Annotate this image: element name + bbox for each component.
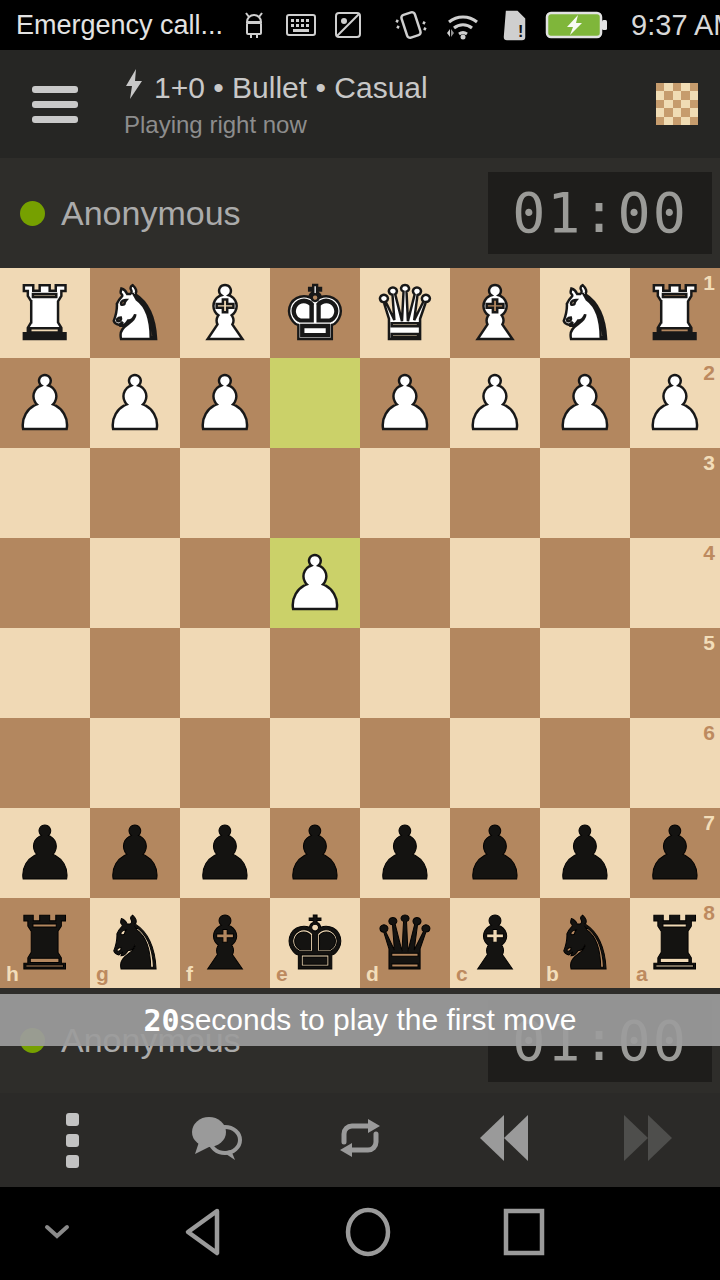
battery-charging-icon: [545, 9, 609, 41]
player-bar-top: Anonymous 01:00: [0, 158, 720, 268]
square-g6[interactable]: [90, 718, 180, 808]
white-knight: ♞: [102, 268, 168, 358]
square-f1[interactable]: ♝: [180, 268, 270, 358]
black-pawn: ♟: [192, 808, 258, 898]
square-g5[interactable]: [90, 628, 180, 718]
square-f6[interactable]: [180, 718, 270, 808]
square-g2[interactable]: ♟: [90, 358, 180, 448]
square-d6[interactable]: [360, 718, 450, 808]
square-h1[interactable]: ♜: [0, 268, 90, 358]
rewind-icon: [476, 1113, 532, 1167]
black-king: ♚: [282, 898, 348, 988]
white-pawn: ♟: [462, 358, 528, 448]
square-d3[interactable]: [360, 448, 450, 538]
chess-board: ♜♞♝♚♛♝♞♜1♟♟♟♟♟♟♟23♟456♟♟♟♟♟♟♟♟7♜h♞g♝f♚e♛…: [0, 268, 720, 988]
square-c4[interactable]: [450, 538, 540, 628]
black-queen: ♛: [372, 898, 438, 988]
back-icon[interactable]: [182, 1207, 222, 1261]
online-status-dot: [20, 201, 45, 226]
square-f2[interactable]: ♟: [180, 358, 270, 448]
kebab-menu-icon: [66, 1113, 79, 1168]
rank-label-8: 8: [703, 902, 715, 923]
square-h6[interactable]: [0, 718, 90, 808]
game-title: 1+0 • Bullet • Casual: [154, 71, 428, 105]
fast-forward-icon: [620, 1113, 676, 1167]
white-pawn: ♟: [642, 358, 708, 448]
black-pawn: ♟: [372, 808, 438, 898]
file-label-c: c: [456, 963, 468, 984]
rank-label-6: 6: [703, 722, 715, 743]
phone-screen: Emergency call...: [0, 0, 720, 1280]
game-toolbar: [0, 1093, 720, 1187]
game-title-block: 1+0 • Bullet • Casual Playing right now: [124, 69, 428, 139]
black-knight: ♞: [552, 898, 618, 988]
square-h4[interactable]: [0, 538, 90, 628]
black-pawn: ♟: [552, 808, 618, 898]
android-robot-icon: [239, 10, 269, 40]
black-pawn: ♟: [462, 808, 528, 898]
white-pawn: ♟: [102, 358, 168, 448]
square-e4[interactable]: ♟: [270, 538, 360, 628]
black-pawn: ♟: [12, 808, 78, 898]
white-rook: ♜: [12, 268, 78, 358]
square-e1[interactable]: ♚: [270, 268, 360, 358]
square-c8[interactable]: ♝c: [450, 898, 540, 988]
square-b1[interactable]: ♞: [540, 268, 630, 358]
square-d2[interactable]: ♟: [360, 358, 450, 448]
square-f4[interactable]: [180, 538, 270, 628]
square-b4[interactable]: [540, 538, 630, 628]
square-a6[interactable]: 6: [630, 718, 720, 808]
home-icon[interactable]: [342, 1206, 394, 1262]
game-status-subtitle: Playing right now: [124, 111, 428, 139]
app-header: 1+0 • Bullet • Casual Playing right now: [0, 50, 720, 158]
countdown-seconds: 20: [144, 1003, 180, 1038]
square-c7[interactable]: ♟: [450, 808, 540, 898]
white-bishop: ♝: [192, 268, 258, 358]
rank-label-1: 1: [703, 272, 715, 293]
file-label-a: a: [636, 963, 648, 984]
square-d1[interactable]: ♛: [360, 268, 450, 358]
white-pawn: ♟: [282, 538, 348, 628]
square-f7[interactable]: ♟: [180, 808, 270, 898]
file-label-g: g: [96, 963, 109, 984]
square-d8[interactable]: ♛d: [360, 898, 450, 988]
square-c1[interactable]: ♝: [450, 268, 540, 358]
clock-time-label: 9:37 AM: [631, 9, 720, 42]
recents-icon[interactable]: [502, 1207, 546, 1261]
wifi-icon: [443, 9, 483, 41]
collapse-chevron-icon[interactable]: [44, 1224, 70, 1244]
carrier-label: Emergency call...: [16, 10, 223, 41]
square-b7[interactable]: ♟: [540, 808, 630, 898]
file-label-f: f: [186, 963, 193, 984]
white-pawn: ♟: [192, 358, 258, 448]
file-label-h: h: [6, 963, 19, 984]
square-g8[interactable]: ♞g: [90, 898, 180, 988]
chat-icon: [187, 1112, 245, 1168]
square-h7[interactable]: ♟: [0, 808, 90, 898]
black-rook: ♜: [642, 898, 708, 988]
square-h3[interactable]: [0, 448, 90, 538]
vibrate-icon: [395, 8, 427, 42]
first-move-countdown-banner: 20 seconds to play the first move: [0, 994, 720, 1046]
mini-chessboard-icon[interactable]: [656, 83, 698, 125]
square-e7[interactable]: ♟: [270, 808, 360, 898]
square-a8[interactable]: ♜8a: [630, 898, 720, 988]
rank-label-5: 5: [703, 632, 715, 653]
black-pawn: ♟: [642, 808, 708, 898]
square-b2[interactable]: ♟: [540, 358, 630, 448]
rank-label-7: 7: [703, 812, 715, 833]
svg-text:!: !: [518, 23, 523, 40]
square-g4[interactable]: [90, 538, 180, 628]
chat-button[interactable]: [144, 1093, 288, 1187]
keyboard-icon: [285, 10, 317, 40]
square-b3[interactable]: [540, 448, 630, 538]
photos-icon: [333, 10, 363, 40]
square-d7[interactable]: ♟: [360, 808, 450, 898]
square-d4[interactable]: [360, 538, 450, 628]
black-pawn: ♟: [282, 808, 348, 898]
black-bishop: ♝: [462, 898, 528, 988]
player-name-top: Anonymous: [61, 194, 241, 233]
white-bishop: ♝: [462, 268, 528, 358]
black-bishop: ♝: [192, 898, 258, 988]
square-g3[interactable]: [90, 448, 180, 538]
sim-alert-icon: !: [499, 9, 529, 41]
square-e3[interactable]: [270, 448, 360, 538]
rank-label-3: 3: [703, 452, 715, 473]
status-bar: Emergency call...: [0, 0, 720, 50]
square-f3[interactable]: [180, 448, 270, 538]
square-e5[interactable]: [270, 628, 360, 718]
flip-board-icon: [332, 1112, 388, 1168]
file-label-d: d: [366, 963, 379, 984]
square-a3[interactable]: 3: [630, 448, 720, 538]
file-label-e: e: [276, 963, 288, 984]
square-c3[interactable]: [450, 448, 540, 538]
square-a2[interactable]: ♟2: [630, 358, 720, 448]
square-d5[interactable]: [360, 628, 450, 718]
square-c6[interactable]: [450, 718, 540, 808]
rewind-button[interactable]: [432, 1093, 576, 1187]
countdown-message: seconds to play the first move: [180, 1003, 577, 1037]
rank-label-4: 4: [703, 542, 715, 563]
white-king: ♚: [282, 268, 348, 358]
hamburger-menu-icon[interactable]: [32, 86, 78, 123]
square-g7[interactable]: ♟: [90, 808, 180, 898]
square-g1[interactable]: ♞: [90, 268, 180, 358]
flip-board-button[interactable]: [288, 1093, 432, 1187]
file-label-b: b: [546, 963, 559, 984]
square-f5[interactable]: [180, 628, 270, 718]
black-knight: ♞: [102, 898, 168, 988]
android-nav-bar: [0, 1187, 720, 1280]
white-queen: ♛: [372, 268, 438, 358]
square-b5[interactable]: [540, 628, 630, 718]
square-h5[interactable]: [0, 628, 90, 718]
white-rook: ♜: [642, 268, 708, 358]
white-knight: ♞: [552, 268, 618, 358]
square-a5[interactable]: 5: [630, 628, 720, 718]
square-e6[interactable]: [270, 718, 360, 808]
square-h8[interactable]: ♜h: [0, 898, 90, 988]
white-pawn: ♟: [372, 358, 438, 448]
lightning-bolt-icon: [124, 69, 144, 106]
white-pawn: ♟: [552, 358, 618, 448]
kebab-menu-button[interactable]: [0, 1093, 144, 1187]
rank-label-2: 2: [703, 362, 715, 383]
square-b8[interactable]: ♞b: [540, 898, 630, 988]
player-clock-top: 01:00: [488, 172, 712, 254]
square-e8[interactable]: ♚e: [270, 898, 360, 988]
square-e2[interactable]: [270, 358, 360, 448]
square-c5[interactable]: [450, 628, 540, 718]
square-b6[interactable]: [540, 718, 630, 808]
square-a4[interactable]: 4: [630, 538, 720, 628]
square-f8[interactable]: ♝f: [180, 898, 270, 988]
white-pawn: ♟: [12, 358, 78, 448]
square-c2[interactable]: ♟: [450, 358, 540, 448]
black-pawn: ♟: [102, 808, 168, 898]
fast-forward-button[interactable]: [576, 1093, 720, 1187]
square-a1[interactable]: ♜1: [630, 268, 720, 358]
black-rook: ♜: [12, 898, 78, 988]
square-h2[interactable]: ♟: [0, 358, 90, 448]
square-a7[interactable]: ♟7: [630, 808, 720, 898]
